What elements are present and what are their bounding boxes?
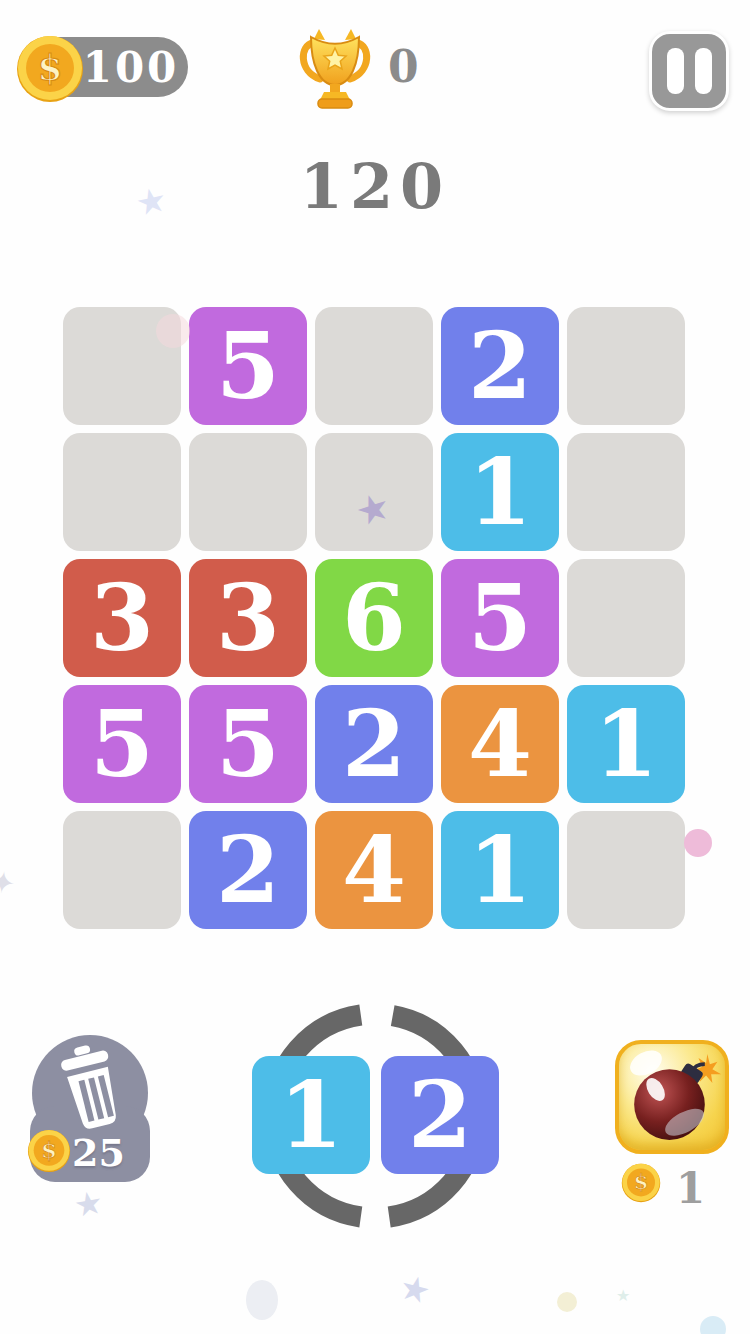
grid-cell-r5c1[interactable] <box>63 811 181 929</box>
coin-balance-value: 100 <box>82 37 180 97</box>
grid-cell-r5c3[interactable]: 4 <box>315 811 433 929</box>
coin-icon: $ <box>26 1128 72 1174</box>
trophy-icon <box>296 27 374 113</box>
grid-cell-r5c4[interactable]: 1 <box>441 811 559 929</box>
svg-text:$: $ <box>41 1136 57 1163</box>
grid-cell-r4c2[interactable]: 5 <box>189 685 307 803</box>
dot-decoration <box>557 1292 577 1312</box>
queue-tile-2[interactable]: 2 <box>381 1056 499 1174</box>
dot-decoration <box>684 829 712 857</box>
svg-text:$: $ <box>634 1169 649 1194</box>
grid-cell-r2c3[interactable] <box>315 433 433 551</box>
pause-icon <box>695 48 712 94</box>
grid-cell-r3c3[interactable]: 6 <box>315 559 433 677</box>
game-screen: 100 $ 0 120 <box>0 0 750 1334</box>
grid-cell-r5c5[interactable] <box>567 811 685 929</box>
grid-cell-r5c2[interactable]: 2 <box>189 811 307 929</box>
grid-cell-r4c4[interactable]: 4 <box>441 685 559 803</box>
grid-cell-r2c2[interactable] <box>189 433 307 551</box>
grid-cell-r3c4[interactable]: 5 <box>441 559 559 677</box>
grid-cell-r4c1[interactable]: 5 <box>63 685 181 803</box>
grid-cell-r2c4[interactable]: 1 <box>441 433 559 551</box>
grid-cell-r2c5[interactable] <box>567 433 685 551</box>
grid-cell-r3c2[interactable]: 3 <box>189 559 307 677</box>
dot-decoration <box>246 1280 278 1320</box>
trophy-count-value: 0 <box>388 41 419 92</box>
grid-cell-r1c5[interactable] <box>567 307 685 425</box>
bomb-powerup-button[interactable] <box>615 1040 729 1154</box>
dot-decoration <box>700 1316 726 1334</box>
board-grid: 521336555241241 <box>63 307 685 929</box>
bomb-price: $ 1 <box>620 1162 740 1212</box>
svg-text:$: $ <box>37 46 62 88</box>
grid-cell-r3c1[interactable]: 3 <box>63 559 181 677</box>
grid-cell-r1c2[interactable]: 5 <box>189 307 307 425</box>
trash-cost-value: 25 <box>72 1130 125 1175</box>
pause-icon <box>667 48 684 94</box>
grid-cell-r4c3[interactable]: 2 <box>315 685 433 803</box>
grid-cell-r2c1[interactable] <box>63 433 181 551</box>
grid-cell-r1c3[interactable] <box>315 307 433 425</box>
coin-balance-pill[interactable]: 100 $ <box>20 37 188 97</box>
grid-cell-r3c5[interactable] <box>567 559 685 677</box>
star-decoration: ★ <box>616 1288 630 1304</box>
score-value: 120 <box>0 150 750 223</box>
bomb-icon <box>619 1044 725 1150</box>
star-decoration: ✦ <box>0 866 17 899</box>
coin-icon: $ <box>620 1162 662 1204</box>
coin-icon: $ <box>14 33 86 105</box>
queue-tile-1[interactable]: 1 <box>252 1056 370 1174</box>
trophy-counter: 0 <box>296 27 466 117</box>
grid-cell-r4c5[interactable]: 1 <box>567 685 685 803</box>
star-decoration: ★ <box>396 1269 434 1309</box>
bomb-cost-value: 1 <box>676 1164 705 1213</box>
pause-button[interactable] <box>649 31 729 111</box>
grid-cell-r1c1[interactable] <box>63 307 181 425</box>
grid-cell-r1c4[interactable]: 2 <box>441 307 559 425</box>
